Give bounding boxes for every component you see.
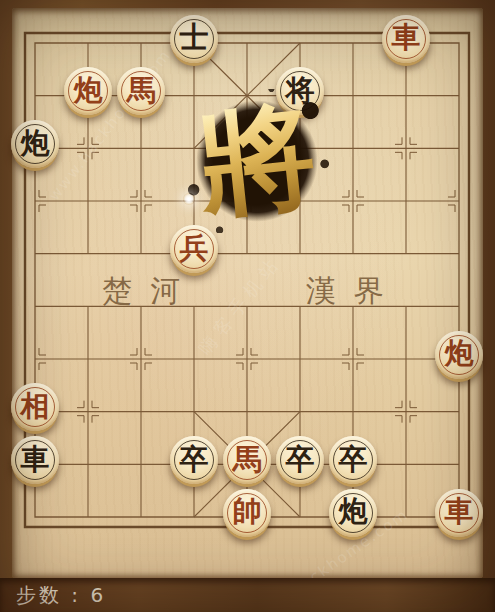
piece-red-chariot[interactable]: 車 [435, 489, 483, 537]
piece-black-soldier[interactable]: 卒 [329, 436, 377, 484]
piece-red-general[interactable]: 帥 [223, 489, 271, 537]
piece-red-chariot[interactable]: 車 [382, 15, 430, 63]
piece-red-cannon[interactable]: 炮 [64, 67, 112, 115]
piece-glyph: 炮 [445, 339, 474, 368]
piece-glyph: 士 [180, 23, 209, 52]
piece-glyph: 相 [21, 392, 50, 421]
game-screen: 楚河 漢界 士車炮馬将炮兵炮相車卒馬卒卒帥炮車 將 www.hackhome.c… [0, 0, 495, 612]
piece-black-cannon[interactable]: 炮 [329, 489, 377, 537]
piece-glyph: 車 [445, 497, 474, 526]
piece-black-cannon[interactable]: 炮 [11, 120, 59, 168]
piece-glyph: 卒 [180, 445, 209, 474]
piece-glyph: 車 [21, 445, 50, 474]
piece-glyph: 卒 [286, 445, 315, 474]
piece-red-elephant[interactable]: 相 [11, 383, 59, 431]
move-counter: 步数 : 6 [16, 582, 106, 609]
piece-red-cannon[interactable]: 炮 [435, 331, 483, 379]
sparkle-effect [183, 193, 195, 205]
piece-red-horse[interactable]: 馬 [117, 67, 165, 115]
piece-glyph: 卒 [339, 445, 368, 474]
piece-glyph: 炮 [339, 497, 368, 526]
piece-black-advisor[interactable]: 士 [170, 15, 218, 63]
piece-glyph: 将 [286, 76, 315, 105]
piece-glyph: 帥 [233, 497, 262, 526]
piece-layer: 士車炮馬将炮兵炮相車卒馬卒卒帥炮車 [9, 17, 486, 544]
piece-black-soldier[interactable]: 卒 [170, 436, 218, 484]
piece-red-horse[interactable]: 馬 [223, 436, 271, 484]
piece-glyph: 炮 [21, 129, 50, 158]
piece-black-soldier[interactable]: 卒 [276, 436, 324, 484]
piece-glyph: 車 [392, 23, 421, 52]
piece-red-soldier[interactable]: 兵 [170, 225, 218, 273]
piece-glyph: 炮 [74, 76, 103, 105]
piece-glyph: 馬 [233, 445, 262, 474]
piece-black-general[interactable]: 将 [276, 67, 324, 115]
status-bar: 步数 : 6 [0, 578, 495, 612]
piece-glyph: 馬 [127, 76, 156, 105]
piece-glyph: 兵 [180, 234, 209, 263]
piece-black-chariot[interactable]: 車 [11, 436, 59, 484]
